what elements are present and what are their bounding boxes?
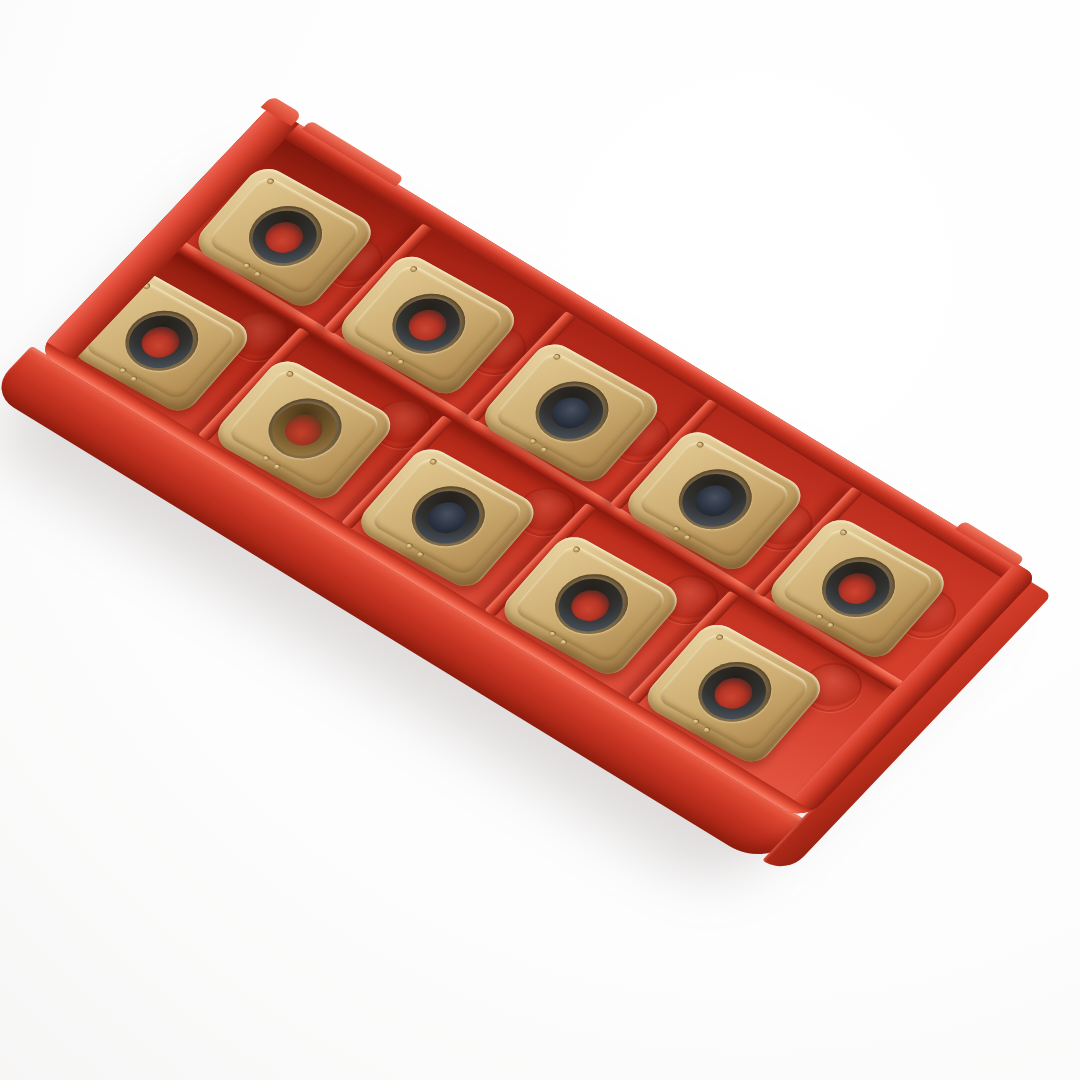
product-photo [0, 0, 1080, 1080]
insert-storage-box [36, 106, 1037, 822]
